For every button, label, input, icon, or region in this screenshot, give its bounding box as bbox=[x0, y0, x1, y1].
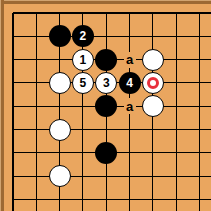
board-intersection bbox=[165, 71, 188, 94]
board-intersection bbox=[188, 188, 211, 211]
board-intersection bbox=[25, 95, 48, 118]
board-intersection: a bbox=[118, 95, 141, 118]
board-intersection bbox=[141, 1, 164, 24]
board-intersection bbox=[95, 25, 118, 48]
board-intersection bbox=[118, 25, 141, 48]
white-stone bbox=[142, 95, 164, 117]
board-intersection bbox=[141, 48, 164, 71]
board-intersection bbox=[118, 141, 141, 164]
board-intersection bbox=[48, 25, 71, 48]
black-stone bbox=[95, 49, 117, 71]
go-grid: 21a534a bbox=[1, 1, 211, 211]
board-intersection bbox=[141, 141, 164, 164]
board-intersection bbox=[141, 118, 164, 141]
board-intersection bbox=[188, 165, 211, 188]
white-stone bbox=[142, 72, 164, 94]
board-intersection bbox=[118, 165, 141, 188]
white-stone bbox=[49, 72, 71, 94]
board-intersection bbox=[1, 1, 24, 24]
board-intersection bbox=[188, 118, 211, 141]
board-intersection bbox=[48, 118, 71, 141]
move-number: 2 bbox=[80, 30, 87, 42]
board-intersection bbox=[1, 25, 24, 48]
board-intersection bbox=[165, 165, 188, 188]
board-intersection bbox=[71, 165, 94, 188]
board-intersection bbox=[48, 71, 71, 94]
white-stone: 1 bbox=[72, 49, 94, 71]
board-intersection bbox=[25, 141, 48, 164]
board-intersection bbox=[165, 188, 188, 211]
board-intersection bbox=[48, 95, 71, 118]
move-number: 1 bbox=[80, 54, 87, 66]
board-intersection bbox=[165, 48, 188, 71]
white-stone bbox=[49, 119, 71, 141]
board-intersection bbox=[165, 118, 188, 141]
white-stone: 3 bbox=[95, 72, 117, 94]
board-intersection bbox=[71, 118, 94, 141]
circle-marker bbox=[147, 77, 159, 89]
board-intersection: 3 bbox=[95, 71, 118, 94]
board-intersection bbox=[95, 48, 118, 71]
board-intersection bbox=[48, 48, 71, 71]
board-intersection bbox=[1, 48, 24, 71]
black-stone bbox=[49, 25, 71, 47]
board-intersection bbox=[1, 118, 24, 141]
move-number: 4 bbox=[126, 77, 133, 89]
board-intersection bbox=[1, 95, 24, 118]
board-intersection bbox=[95, 95, 118, 118]
black-stone bbox=[95, 95, 117, 117]
black-stone bbox=[95, 142, 117, 164]
board-intersection bbox=[188, 71, 211, 94]
board-intersection bbox=[25, 188, 48, 211]
board-intersection bbox=[165, 1, 188, 24]
move-number: 5 bbox=[80, 77, 87, 89]
white-stone bbox=[142, 49, 164, 71]
board-intersection bbox=[1, 141, 24, 164]
board-intersection bbox=[48, 1, 71, 24]
board-intersection bbox=[25, 1, 48, 24]
board-intersection bbox=[71, 141, 94, 164]
board-intersection bbox=[71, 1, 94, 24]
board-intersection bbox=[1, 165, 24, 188]
board-intersection bbox=[165, 95, 188, 118]
board-intersection bbox=[48, 188, 71, 211]
black-stone: 2 bbox=[72, 25, 94, 47]
board-intersection bbox=[71, 95, 94, 118]
go-board: 21a534a bbox=[0, 0, 211, 211]
board-intersection bbox=[25, 71, 48, 94]
board-intersection bbox=[188, 95, 211, 118]
board-intersection bbox=[95, 118, 118, 141]
board-intersection bbox=[25, 165, 48, 188]
board-intersection bbox=[141, 165, 164, 188]
board-frame-left bbox=[0, 0, 4, 211]
board-intersection: a bbox=[118, 48, 141, 71]
move-number: 3 bbox=[103, 77, 110, 89]
board-intersection bbox=[95, 1, 118, 24]
board-intersection bbox=[1, 71, 24, 94]
board-intersection bbox=[95, 188, 118, 211]
point-label-a: a bbox=[124, 98, 136, 114]
board-intersection bbox=[1, 188, 24, 211]
board-intersection bbox=[118, 1, 141, 24]
board-intersection: 2 bbox=[71, 25, 94, 48]
white-stone bbox=[49, 165, 71, 187]
board-intersection bbox=[141, 71, 164, 94]
board-intersection bbox=[95, 165, 118, 188]
point-label-a: a bbox=[124, 52, 136, 68]
board-intersection bbox=[118, 118, 141, 141]
board-intersection bbox=[48, 141, 71, 164]
board-intersection bbox=[95, 141, 118, 164]
board-intersection bbox=[25, 48, 48, 71]
board-frame-top bbox=[0, 0, 211, 4]
black-stone: 4 bbox=[119, 72, 141, 94]
board-intersection bbox=[71, 188, 94, 211]
board-intersection bbox=[25, 118, 48, 141]
board-intersection bbox=[141, 188, 164, 211]
board-intersection bbox=[118, 188, 141, 211]
board-intersection bbox=[188, 48, 211, 71]
board-intersection: 4 bbox=[118, 71, 141, 94]
board-intersection bbox=[188, 25, 211, 48]
board-intersection bbox=[165, 141, 188, 164]
board-intersection: 5 bbox=[71, 71, 94, 94]
board-intersection bbox=[141, 95, 164, 118]
board-intersection bbox=[165, 25, 188, 48]
board-intersection bbox=[188, 141, 211, 164]
board-intersection bbox=[25, 25, 48, 48]
board-intersection bbox=[188, 1, 211, 24]
board-intersection bbox=[141, 25, 164, 48]
board-intersection: 1 bbox=[71, 48, 94, 71]
board-intersection bbox=[48, 165, 71, 188]
white-stone: 5 bbox=[72, 72, 94, 94]
